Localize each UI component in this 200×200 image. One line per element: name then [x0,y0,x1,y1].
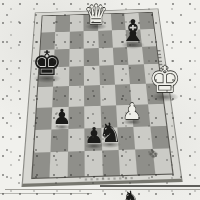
piece-black-pawn-b3[interactable]: ♟ [53,107,72,128]
piece-white-king-h4[interactable]: ♚ [149,62,181,98]
pieces-layer: ♛♝♚♚♟♟♞♟♞ [0,0,200,200]
piece-black-pawn-d2[interactable]: ♟ [84,125,104,147]
piece-black-king-a6[interactable]: ♚ [32,46,62,80]
chessboard-photo: ❖ ♛♝♚♚♟♟♞♟♞ [0,0,200,200]
piece-black-knight-offboard[interactable]: ♞ [122,188,140,200]
piece-white-pawn-f3[interactable]: ♟ [122,101,142,123]
piece-white-queen-d8[interactable]: ♛ [84,1,108,28]
piece-black-bishop-g7[interactable]: ♝ [120,16,147,46]
